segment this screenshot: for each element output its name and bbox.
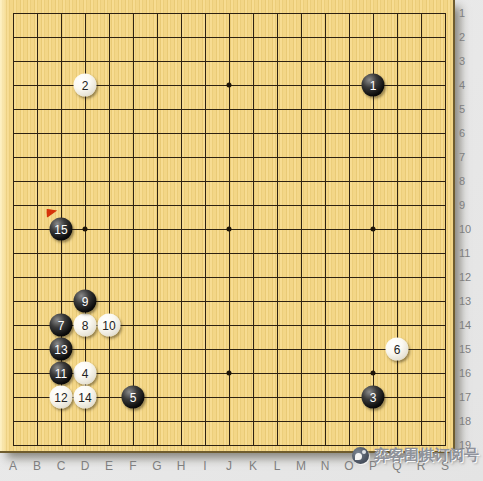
star-point [371, 371, 376, 376]
col-label-B: B [33, 459, 41, 473]
col-label-G: G [152, 459, 161, 473]
stone-white-12: 12 [50, 386, 73, 409]
row-label-1: 1 [459, 7, 465, 19]
row-label-10: 10 [459, 223, 471, 235]
move-number: 2 [82, 79, 89, 91]
row-label-3: 3 [459, 55, 465, 67]
col-label-M: M [296, 459, 306, 473]
move-number: 14 [78, 391, 91, 403]
move-number: 11 [55, 367, 67, 379]
stone-black-9: 9 [74, 290, 97, 313]
row-label-7: 7 [459, 151, 465, 163]
move-number: 3 [370, 391, 377, 403]
stone-black-15: 15 [50, 218, 73, 241]
row-label-16: 16 [459, 367, 471, 379]
row-label-4: 4 [459, 79, 465, 91]
move-number: 1 [370, 79, 377, 91]
watermark-text: 弈客围棋订阅号 [374, 446, 479, 465]
go-diagram: 123456789101112131415 ABCDEFGHIJKLMNOPQR… [0, 0, 483, 481]
star-point [227, 83, 232, 88]
col-label-L: L [274, 459, 281, 473]
col-label-E: E [105, 459, 113, 473]
move-number: 5 [130, 391, 137, 403]
col-label-C: C [57, 459, 66, 473]
stone-white-10: 10 [98, 314, 121, 337]
col-label-A: A [9, 459, 17, 473]
row-label-15: 15 [459, 343, 471, 355]
star-point [227, 227, 232, 232]
row-label-8: 8 [459, 175, 465, 187]
move-number: 6 [394, 343, 401, 355]
yike-logo-icon [352, 447, 369, 464]
col-label-I: I [203, 459, 206, 473]
go-board[interactable]: 123456789101112131415 [0, 0, 455, 453]
stone-black-13: 13 [50, 338, 73, 361]
move-number: 12 [54, 391, 67, 403]
col-label-D: D [81, 459, 90, 473]
col-label-J: J [226, 459, 232, 473]
row-label-9: 9 [459, 199, 465, 211]
stone-black-11: 11 [50, 362, 73, 385]
row-label-14: 14 [459, 319, 471, 331]
move-number: 7 [58, 319, 65, 331]
row-label-18: 18 [459, 415, 471, 427]
board-edge-highlight [0, 0, 8, 451]
row-label-11: 11 [459, 247, 470, 259]
move-number: 13 [54, 343, 67, 355]
star-point [371, 227, 376, 232]
stone-black-7: 7 [50, 314, 73, 337]
stone-white-4: 4 [74, 362, 97, 385]
stone-black-1: 1 [362, 74, 385, 97]
row-label-2: 2 [459, 31, 465, 43]
row-label-17: 17 [459, 391, 471, 403]
row-label-13: 13 [459, 295, 471, 307]
stone-white-14: 14 [74, 386, 97, 409]
move-number: 9 [82, 295, 89, 307]
move-number: 15 [54, 223, 67, 235]
star-point [83, 227, 88, 232]
col-label-N: N [321, 459, 330, 473]
stone-white-6: 6 [386, 338, 409, 361]
move-number: 8 [82, 319, 89, 331]
col-label-H: H [177, 459, 186, 473]
col-label-F: F [129, 459, 136, 473]
star-point [227, 371, 232, 376]
row-label-6: 6 [459, 127, 465, 139]
stone-black-3: 3 [362, 386, 385, 409]
col-label-K: K [249, 459, 257, 473]
watermark: 弈客围棋订阅号 [352, 446, 479, 465]
move-number: 10 [102, 319, 115, 331]
stone-black-5: 5 [122, 386, 145, 409]
row-label-5: 5 [459, 103, 465, 115]
stone-white-8: 8 [74, 314, 97, 337]
move-number: 4 [82, 367, 89, 379]
stone-white-2: 2 [74, 74, 97, 97]
row-label-12: 12 [459, 271, 471, 283]
